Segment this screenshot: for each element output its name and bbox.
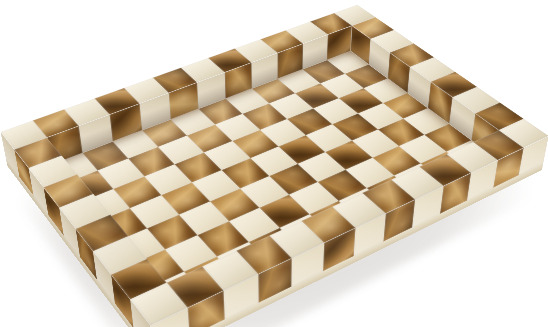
- tray-3d-scene: [53, 8, 495, 314]
- checker-tray: [6, 30, 544, 327]
- product-photo-stage: [0, 0, 548, 327]
